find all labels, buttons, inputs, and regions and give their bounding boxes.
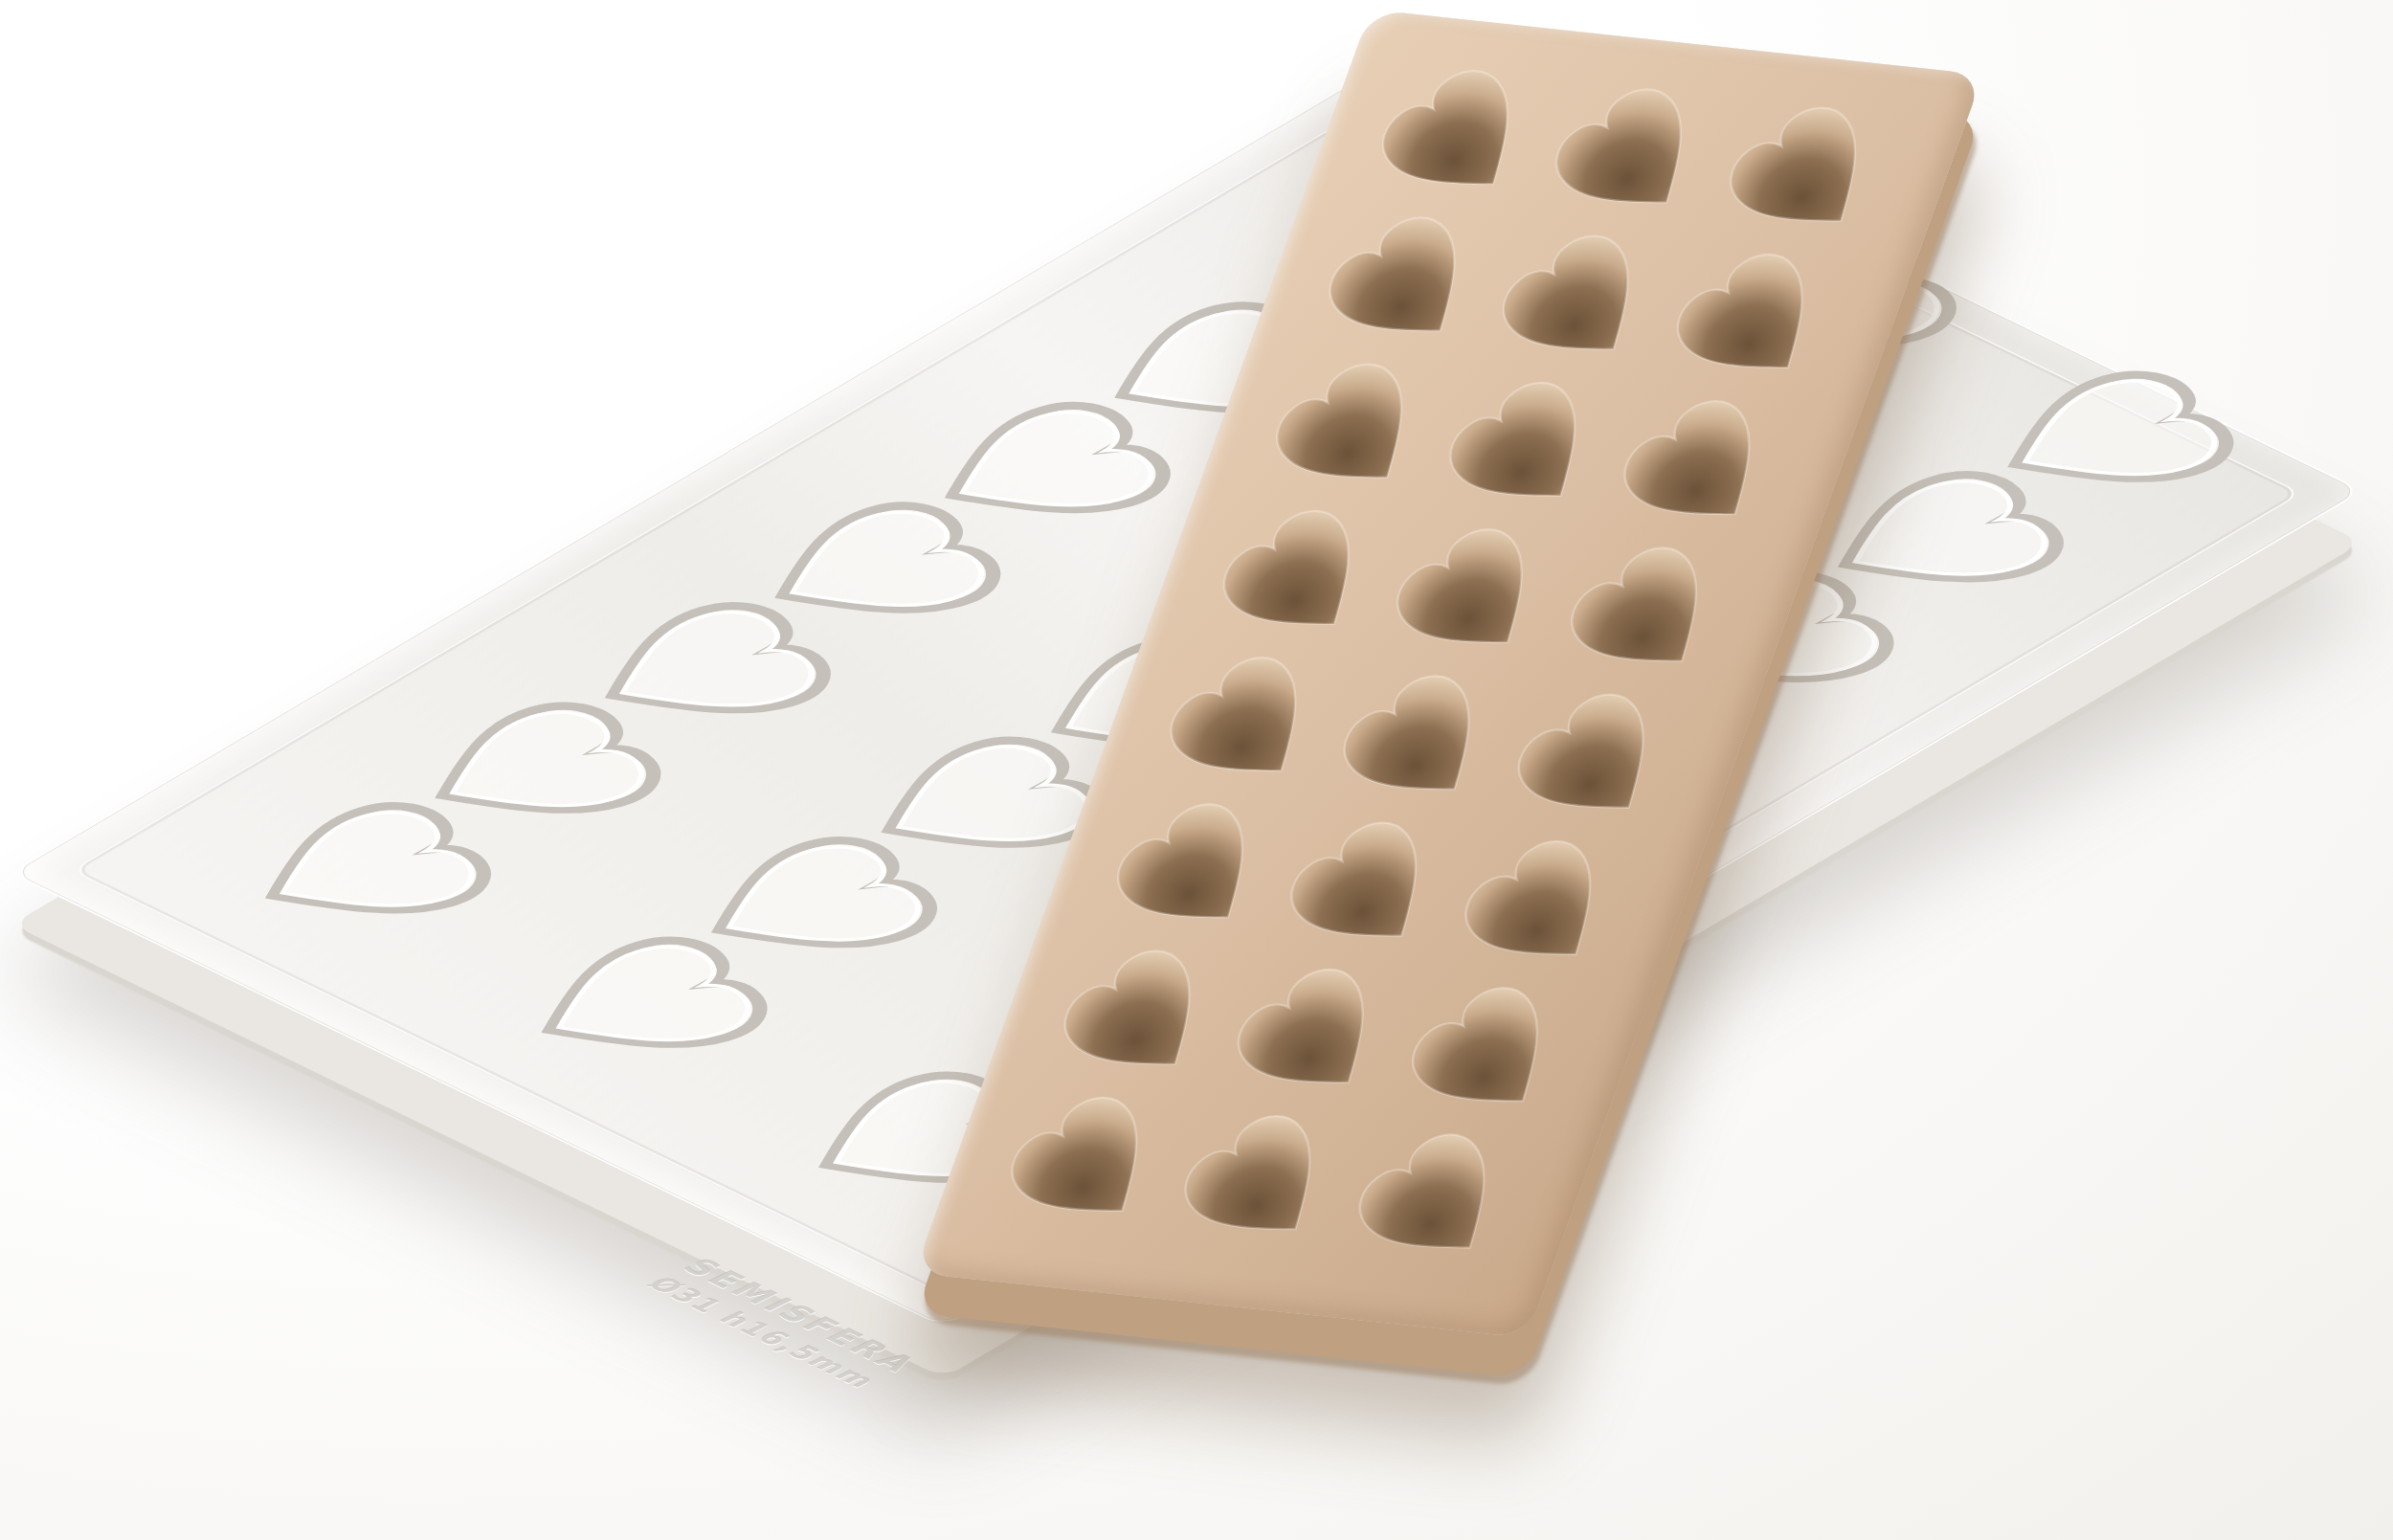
product-photo-scene: SEMISFERA Ø31 h16,5mm	[0, 0, 2393, 1540]
